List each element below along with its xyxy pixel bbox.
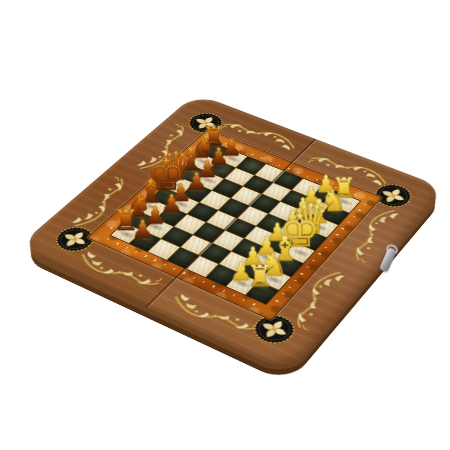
- chess-box: ♜♟♞♟♝♟♛♟♚♟♝♟♞♟♜♟♜♟♞♟♝♟♛♟♚♟♝♟♞♟♜♟: [17, 94, 446, 374]
- rook-glyph: ♜: [236, 262, 283, 292]
- clasp-bar: [379, 247, 397, 273]
- pawn-glyph: ♟: [121, 217, 166, 242]
- scene: ♜♟♞♟♝♟♛♟♚♟♝♟♞♟♜♟♜♟♞♟♝♟♛♟♚♟♝♟♞♟♜♟: [0, 0, 450, 450]
